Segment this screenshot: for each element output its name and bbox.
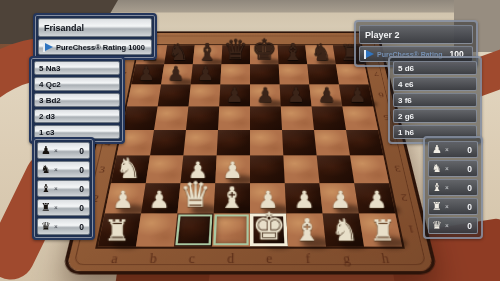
square-g1[interactable]: ♞ <box>323 213 364 246</box>
piece-white-pawn[interactable]: ♟ <box>215 160 250 183</box>
capture-count: 0 <box>79 184 86 194</box>
square-b1[interactable] <box>136 213 177 246</box>
multiply-label: × <box>445 184 449 191</box>
square-g6[interactable]: ♟ <box>309 85 342 107</box>
square-c5[interactable] <box>186 106 219 130</box>
captured-queen-row: ♛×0 <box>428 217 478 234</box>
captured-bishop-row: ♝×0 <box>37 180 90 197</box>
square-c7[interactable]: ♟ <box>191 64 222 84</box>
captured-knight-row: ♞×0 <box>428 160 478 177</box>
coord-label: d <box>211 249 250 269</box>
square-d8[interactable]: ♛ <box>221 45 250 64</box>
square-h6[interactable]: ♟ <box>339 85 373 107</box>
piece-white-rook[interactable]: ♜ <box>364 216 402 246</box>
move-row: 3 Bd2 <box>34 93 120 107</box>
square-f4[interactable] <box>282 130 317 156</box>
square-g4[interactable] <box>314 130 350 156</box>
move-row: 4 Qc2 <box>34 77 120 91</box>
multiply-label: × <box>54 166 58 173</box>
multiply-label: × <box>54 204 58 211</box>
board-squares-grid: ♜♞♝♛♚♝♞♜♟♟♟♟♟♟♟♟♞♟♟♟♟♛♝♟♟♟♟♜♚♝♞♜ <box>98 45 402 246</box>
knight-icon: ♞ <box>41 164 51 175</box>
square-e7[interactable] <box>250 64 280 84</box>
queen-icon: ♛ <box>41 221 51 232</box>
square-e1[interactable]: ♚ <box>250 213 288 246</box>
piece-white-knight[interactable]: ♞ <box>111 154 146 182</box>
square-b7[interactable]: ♟ <box>161 64 193 84</box>
square-h4[interactable] <box>346 130 383 156</box>
piece-black-bishop[interactable]: ♝ <box>279 40 308 63</box>
coord-label: f <box>288 249 328 269</box>
bishop-icon: ♝ <box>41 183 51 194</box>
multiply-label: × <box>54 147 58 154</box>
square-d2[interactable]: ♝ <box>214 183 250 213</box>
coord-label: g <box>326 249 367 269</box>
white-move-list: 5 Na34 Qc23 Bd22 d31 c3 <box>29 56 125 144</box>
square-h7[interactable] <box>336 64 369 84</box>
coord-label: 3 <box>385 156 410 184</box>
coord-label: b <box>133 249 174 269</box>
square-d4[interactable] <box>217 130 250 156</box>
piece-black-knight[interactable]: ♞ <box>307 40 336 63</box>
move-row: 2 d3 <box>34 109 120 123</box>
piece-white-knight[interactable]: ♞ <box>326 215 364 246</box>
queen-icon: ♛ <box>432 220 442 231</box>
square-d7[interactable] <box>220 64 250 84</box>
move-row: 5 Na3 <box>34 61 120 75</box>
square-g5[interactable] <box>312 106 346 130</box>
bishop-icon: ♝ <box>432 182 442 193</box>
square-a1[interactable]: ♜ <box>98 213 141 246</box>
capture-count: 0 <box>79 165 86 175</box>
square-f2[interactable]: ♟ <box>285 183 323 213</box>
piece-black-pawn[interactable]: ♟ <box>219 86 250 106</box>
piece-black-bishop[interactable]: ♝ <box>193 40 222 63</box>
square-f3[interactable] <box>283 156 319 184</box>
piece-black-knight[interactable]: ♞ <box>164 40 193 63</box>
captured-queen-row: ♛×0 <box>37 218 90 235</box>
piece-white-bishop[interactable]: ♝ <box>214 183 250 212</box>
square-c6[interactable] <box>188 85 220 107</box>
capture-count: 0 <box>79 203 86 213</box>
file-labels-bottom: abcdefgh <box>93 249 406 269</box>
floor-artwork-wedge <box>480 47 500 96</box>
square-e3[interactable] <box>250 156 285 184</box>
piece-black-king[interactable]: ♚ <box>250 35 279 64</box>
square-e8[interactable]: ♚ <box>250 45 279 64</box>
square-b8[interactable]: ♞ <box>164 45 195 64</box>
rook-icon: ♜ <box>432 201 442 212</box>
square-g2[interactable]: ♟ <box>319 183 358 213</box>
capture-count: 0 <box>467 183 474 193</box>
white-player-name: Frisandal <box>38 18 152 37</box>
coord-label: h <box>364 249 406 269</box>
square-h3[interactable] <box>350 156 389 184</box>
square-a6[interactable] <box>127 85 161 107</box>
square-e6[interactable]: ♟ <box>250 85 281 107</box>
square-f7[interactable] <box>279 64 310 84</box>
square-e4[interactable] <box>250 130 283 156</box>
square-c4[interactable] <box>183 130 218 156</box>
square-a3[interactable]: ♞ <box>111 156 150 184</box>
square-g8[interactable]: ♞ <box>305 45 336 64</box>
piece-white-queen[interactable]: ♛ <box>177 177 213 212</box>
square-c2[interactable]: ♛ <box>177 183 215 213</box>
capture-count: 0 <box>467 164 474 174</box>
rating-flag-icon <box>364 50 374 59</box>
captured-knight-row: ♞×0 <box>37 161 90 178</box>
square-f8[interactable]: ♝ <box>278 45 308 64</box>
move-row: 4 e6 <box>393 77 477 91</box>
square-b6[interactable] <box>158 85 191 107</box>
square-b2[interactable]: ♟ <box>141 183 180 213</box>
square-h5[interactable] <box>342 106 378 130</box>
square-a2[interactable]: ♟ <box>105 183 146 213</box>
capture-count: 0 <box>79 222 86 232</box>
move-row: 2 g6 <box>393 109 477 123</box>
captured-pawn-row: ♟×0 <box>428 141 478 158</box>
piece-white-pawn[interactable]: ♟ <box>359 189 395 213</box>
square-f6[interactable]: ♟ <box>280 85 312 107</box>
multiply-label: × <box>54 223 58 230</box>
piece-white-pawn[interactable]: ♟ <box>323 189 359 213</box>
piece-white-pawn[interactable]: ♟ <box>105 189 141 213</box>
knight-icon: ♞ <box>432 163 442 174</box>
multiply-label: × <box>445 203 449 210</box>
white-player-card: Frisandal PureChess® Rating 1000 <box>33 13 157 60</box>
coord-label: 7 <box>366 64 387 84</box>
square-b5[interactable] <box>154 106 188 130</box>
piece-white-rook[interactable]: ♜ <box>98 216 136 246</box>
black-capture-tray: ♟×0♞×0♝×0♜×0♛×0 <box>423 136 483 239</box>
piece-black-pawn[interactable]: ♟ <box>281 86 312 106</box>
square-h2[interactable]: ♟ <box>354 183 395 213</box>
piece-white-bishop[interactable]: ♝ <box>288 215 326 246</box>
piece-black-pawn[interactable]: ♟ <box>342 86 373 106</box>
piece-black-pawn[interactable]: ♟ <box>250 86 281 106</box>
square-f1[interactable]: ♝ <box>286 213 326 246</box>
black-player-name: Player 2 <box>359 25 473 44</box>
piece-black-pawn[interactable]: ♟ <box>132 64 162 83</box>
piece-black-pawn[interactable]: ♟ <box>311 86 342 106</box>
rating-flag-icon <box>43 43 53 52</box>
square-d5[interactable] <box>218 106 250 130</box>
piece-white-king[interactable]: ♚ <box>250 207 288 245</box>
capture-count: 0 <box>467 221 474 231</box>
rook-icon: ♜ <box>41 202 51 213</box>
piece-black-queen[interactable]: ♛ <box>221 36 250 64</box>
captured-rook-row: ♜×0 <box>37 199 90 216</box>
square-g3[interactable] <box>317 156 355 184</box>
piece-white-pawn[interactable]: ♟ <box>286 189 322 213</box>
square-e5[interactable] <box>250 106 282 130</box>
captured-bishop-row: ♝×0 <box>428 179 478 196</box>
piece-black-pawn[interactable]: ♟ <box>191 64 221 83</box>
square-c8[interactable]: ♝ <box>193 45 223 64</box>
black-move-list: 5 d64 e63 f62 g61 h6 <box>388 56 482 144</box>
square-c1[interactable] <box>174 213 214 246</box>
coord-label: e <box>250 249 289 269</box>
captured-pawn-row: ♟×0 <box>37 142 90 159</box>
white-player-rating: PureChess® Rating 1000 <box>38 39 152 55</box>
square-b4[interactable] <box>150 130 186 156</box>
piece-white-pawn[interactable]: ♟ <box>141 189 177 213</box>
multiply-label: × <box>445 222 449 229</box>
move-row: 3 f6 <box>393 93 477 107</box>
multiply-label: × <box>54 185 58 192</box>
square-d3[interactable]: ♟ <box>215 156 250 184</box>
capture-count: 0 <box>79 146 86 156</box>
multiply-label: × <box>445 146 449 153</box>
square-d6[interactable]: ♟ <box>219 85 250 107</box>
captured-rook-row: ♜×0 <box>428 198 478 215</box>
white-capture-tray: ♟×0♞×0♝×0♜×0♛×0 <box>32 137 95 240</box>
square-h1[interactable]: ♜ <box>359 213 402 246</box>
square-d1[interactable] <box>212 213 250 246</box>
square-f5[interactable] <box>281 106 314 130</box>
white-rating-label: PureChess® Rating 1000 <box>56 43 145 52</box>
square-a5[interactable] <box>122 106 158 130</box>
pawn-icon: ♟ <box>432 144 442 155</box>
capture-count: 0 <box>467 202 474 212</box>
coord-label: c <box>172 249 212 269</box>
multiply-label: × <box>445 165 449 172</box>
capture-count: 0 <box>467 145 474 155</box>
square-g7[interactable] <box>307 64 339 84</box>
move-row: 5 d6 <box>393 61 477 75</box>
coord-label: a <box>93 249 135 269</box>
square-a7[interactable]: ♟ <box>131 64 164 84</box>
piece-black-pawn[interactable]: ♟ <box>161 64 191 83</box>
pawn-icon: ♟ <box>41 145 51 156</box>
